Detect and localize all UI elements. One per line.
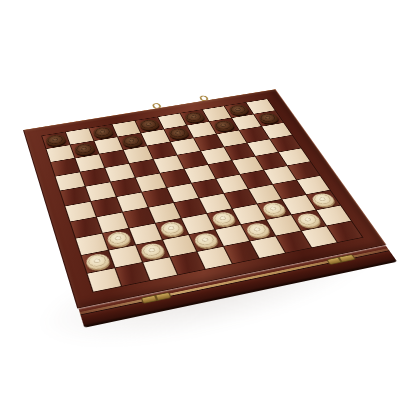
light-piece[interactable]	[210, 211, 237, 228]
brass-hinge-icon	[326, 254, 356, 265]
light-piece[interactable]	[139, 242, 167, 260]
light-piece[interactable]	[309, 192, 337, 208]
light-piece[interactable]	[260, 201, 288, 217]
brass-hinge-icon	[141, 292, 172, 304]
light-piece[interactable]	[105, 230, 132, 248]
product-photo-scene	[0, 0, 400, 400]
light-piece[interactable]	[244, 222, 272, 239]
light-piece[interactable]	[158, 220, 185, 237]
light-piece[interactable]	[84, 252, 111, 271]
light-piece[interactable]	[192, 232, 220, 250]
